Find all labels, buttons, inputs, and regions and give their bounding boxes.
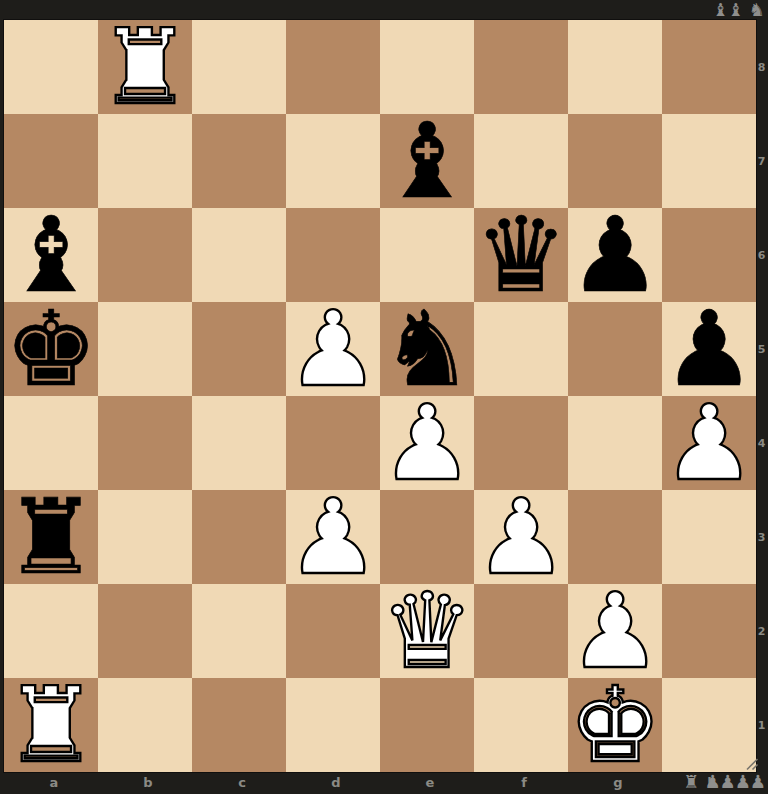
file-label-c: c (195, 776, 289, 792)
square-e2[interactable]: ♛ (380, 584, 474, 678)
square-a3[interactable]: ♜ (4, 490, 98, 584)
rank-label-8: 8 (755, 62, 768, 74)
square-d8[interactable] (286, 20, 380, 114)
square-h1[interactable] (662, 678, 756, 772)
square-g1[interactable]: ♚ (568, 678, 662, 772)
square-b7[interactable] (98, 114, 192, 208)
file-label-d: d (289, 776, 383, 792)
square-b1[interactable] (98, 678, 192, 772)
rank-label-3: 3 (755, 532, 768, 544)
captured-bishop-icon: ♝ (713, 1, 728, 19)
square-h2[interactable] (662, 584, 756, 678)
square-g6[interactable]: ♟ (568, 208, 662, 302)
square-c3[interactable] (192, 490, 286, 584)
square-c1[interactable] (192, 678, 286, 772)
square-b4[interactable] (98, 396, 192, 490)
captured-rook-icon: ♜ (683, 773, 698, 791)
square-e1[interactable] (380, 678, 474, 772)
black-king[interactable]: ♚ (4, 302, 97, 396)
white-pawn[interactable]: ♟ (286, 490, 379, 584)
square-c8[interactable] (192, 20, 286, 114)
square-f5[interactable] (474, 302, 568, 396)
square-a5[interactable]: ♚ (4, 302, 98, 396)
white-pawn[interactable]: ♟ (380, 396, 473, 490)
file-label-e: e (383, 776, 477, 792)
rank-label-5: 5 (755, 344, 768, 356)
square-c4[interactable] (192, 396, 286, 490)
rank-label-1: 1 (755, 720, 768, 732)
white-king[interactable]: ♚ (568, 678, 661, 772)
square-c6[interactable] (192, 208, 286, 302)
rank-label-4: 4 (755, 438, 768, 450)
captured-knight-icon: ♞ (749, 1, 764, 19)
white-pawn[interactable]: ♟ (662, 396, 755, 490)
square-d3[interactable]: ♟ (286, 490, 380, 584)
square-f1[interactable] (474, 678, 568, 772)
white-rook[interactable]: ♜ (98, 20, 191, 114)
square-b3[interactable] (98, 490, 192, 584)
square-e7[interactable]: ♝ (380, 114, 474, 208)
white-queen[interactable]: ♛ (380, 584, 473, 678)
square-a8[interactable] (4, 20, 98, 114)
square-g4[interactable] (568, 396, 662, 490)
square-g5[interactable] (568, 302, 662, 396)
square-c7[interactable] (192, 114, 286, 208)
square-b2[interactable] (98, 584, 192, 678)
file-label-a: a (7, 776, 101, 792)
rank-label-2: 2 (755, 626, 768, 638)
rank-label-7: 7 (755, 156, 768, 168)
white-pawn[interactable]: ♟ (474, 490, 567, 584)
square-f6[interactable]: ♛ (474, 208, 568, 302)
file-label-g: g (571, 776, 665, 792)
square-h8[interactable] (662, 20, 756, 114)
square-b5[interactable] (98, 302, 192, 396)
square-d5[interactable]: ♟ (286, 302, 380, 396)
square-c5[interactable] (192, 302, 286, 396)
captured-pieces-tray-bottom: ♜♟♟♟♟ (683, 771, 765, 793)
square-d1[interactable] (286, 678, 380, 772)
square-d2[interactable] (286, 584, 380, 678)
black-rook[interactable]: ♜ (4, 490, 97, 584)
square-g8[interactable] (568, 20, 662, 114)
rank-label-6: 6 (755, 250, 768, 262)
captured-pieces-tray-top: ♝♝♞ (713, 0, 764, 20)
file-label-f: f (477, 776, 571, 792)
captured-pawn-icon: ♟ (750, 773, 765, 791)
square-c2[interactable] (192, 584, 286, 678)
white-pawn[interactable]: ♟ (286, 302, 379, 396)
square-e4[interactable]: ♟ (380, 396, 474, 490)
captured-pawn-icon: ♟ (704, 773, 719, 791)
chess-app: ♜♝♝♛♟♚♟♞♟♟♟♜♟♟♛♟♜♚ 87654321 abcdefgh ♝♝♞… (0, 0, 768, 794)
square-d7[interactable] (286, 114, 380, 208)
square-h7[interactable] (662, 114, 756, 208)
square-b8[interactable]: ♜ (98, 20, 192, 114)
chess-board: ♜♝♝♛♟♚♟♞♟♟♟♜♟♟♛♟♜♚ (4, 20, 756, 772)
captured-pawn-icon: ♟ (735, 773, 750, 791)
square-b6[interactable] (98, 208, 192, 302)
square-a1[interactable]: ♜ (4, 678, 98, 772)
black-pawn[interactable]: ♟ (568, 208, 661, 302)
square-f3[interactable]: ♟ (474, 490, 568, 584)
white-rook[interactable]: ♜ (4, 678, 97, 772)
captured-bishop-icon: ♝ (728, 1, 743, 19)
black-queen[interactable]: ♛ (474, 208, 567, 302)
resize-handle-icon[interactable] (744, 756, 759, 771)
square-f8[interactable] (474, 20, 568, 114)
captured-pawn-icon: ♟ (720, 773, 735, 791)
square-h4[interactable]: ♟ (662, 396, 756, 490)
square-h3[interactable] (662, 490, 756, 584)
file-label-b: b (101, 776, 195, 792)
black-bishop[interactable]: ♝ (380, 114, 473, 208)
square-f2[interactable] (474, 584, 568, 678)
